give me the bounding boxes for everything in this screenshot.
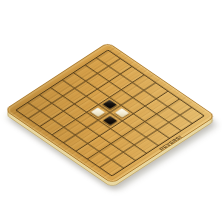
black-piece — [103, 100, 117, 110]
board-grid — [17, 51, 204, 176]
reversi-board: REVERSI — [4, 42, 216, 184]
white-piece — [114, 108, 128, 118]
photo-canvas: REVERSI — [0, 0, 222, 222]
grid-border-frame — [15, 50, 205, 177]
board-scene: REVERSI — [35, 38, 185, 188]
white-piece — [91, 107, 105, 117]
black-piece — [103, 115, 117, 125]
